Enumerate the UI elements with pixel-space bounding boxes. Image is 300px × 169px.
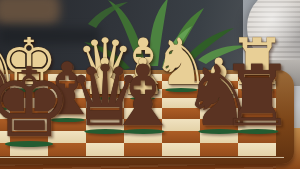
square [238,143,276,156]
chessboard-grid: ♞♚♛♝♞♜♟♟♟♞♝♛♝♞♜♚ [0,74,276,156]
blurred-foreground-object [0,0,60,24]
square [162,143,200,156]
dark-rook-piece: ♜ [219,54,294,138]
square [200,143,238,156]
dark-bishop-piece: ♝ [105,54,180,138]
chess-set-photo: ♞♚♛♝♞♜♟♟♟♞♝♛♝♞♜♚ [0,0,300,169]
square: ♝ [124,119,162,131]
chessboard-frame: ♞♚♛♝♞♜♟♟♟♞♝♛♝♞♜♚ [0,70,294,164]
square [124,143,162,156]
square [86,143,124,156]
dark-king-piece: ♚ [0,55,72,151]
square: ♚ [10,131,48,143]
square: ♜ [238,119,276,131]
